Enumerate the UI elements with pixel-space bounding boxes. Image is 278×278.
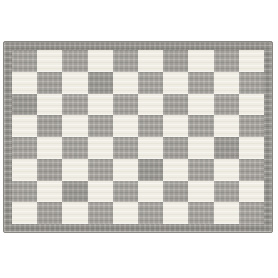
board-cell xyxy=(163,115,188,137)
board-cell xyxy=(239,50,264,72)
board-cell xyxy=(113,181,138,203)
board-cell xyxy=(239,159,264,181)
board-cell xyxy=(113,137,138,159)
board-cell xyxy=(214,159,239,181)
board-cell xyxy=(62,181,87,203)
board-cell xyxy=(239,94,264,116)
board-cell xyxy=(88,137,113,159)
board-cell xyxy=(239,181,264,203)
board-cell xyxy=(88,181,113,203)
board-cell xyxy=(138,137,163,159)
board-cell xyxy=(88,94,113,116)
board-cell xyxy=(62,115,87,137)
board-cell xyxy=(12,137,37,159)
board-cell xyxy=(138,202,163,224)
board-cell xyxy=(214,50,239,72)
board-cell xyxy=(37,181,62,203)
board-cell xyxy=(88,72,113,94)
board-cell xyxy=(12,72,37,94)
board-cell xyxy=(188,181,213,203)
board-cell xyxy=(214,72,239,94)
board-cell xyxy=(113,94,138,116)
board-cell xyxy=(37,94,62,116)
board-cell xyxy=(214,137,239,159)
board-cell xyxy=(62,137,87,159)
board-cell xyxy=(138,159,163,181)
board-cell xyxy=(12,202,37,224)
checkerboard xyxy=(12,50,264,224)
rug-board xyxy=(3,41,273,233)
board-cell xyxy=(239,72,264,94)
board-cell xyxy=(113,202,138,224)
board-cell xyxy=(188,202,213,224)
board-cell xyxy=(188,159,213,181)
board-cell xyxy=(113,72,138,94)
board-cell xyxy=(163,94,188,116)
board-cell xyxy=(12,50,37,72)
board-cell xyxy=(188,72,213,94)
board-cell xyxy=(88,202,113,224)
board-cell xyxy=(138,115,163,137)
board-cell xyxy=(214,94,239,116)
board-cell xyxy=(214,181,239,203)
board-cell xyxy=(62,202,87,224)
board-cell xyxy=(113,159,138,181)
board-cell xyxy=(88,159,113,181)
board-cell xyxy=(37,72,62,94)
product-photo xyxy=(0,0,278,278)
board-cell xyxy=(163,50,188,72)
board-cell xyxy=(37,159,62,181)
board-cell xyxy=(113,50,138,72)
board-cell xyxy=(88,50,113,72)
board-cell xyxy=(62,50,87,72)
board-cell xyxy=(188,94,213,116)
board-cell xyxy=(163,159,188,181)
board-cell xyxy=(37,137,62,159)
board-cell xyxy=(163,181,188,203)
board-cell xyxy=(37,50,62,72)
board-cell xyxy=(138,50,163,72)
board-cell xyxy=(188,50,213,72)
board-cell xyxy=(163,72,188,94)
board-cell xyxy=(12,115,37,137)
board-cell xyxy=(113,115,138,137)
board-cell xyxy=(188,115,213,137)
board-cell xyxy=(214,115,239,137)
board-cell xyxy=(62,72,87,94)
board-cell xyxy=(239,137,264,159)
board-cell xyxy=(239,202,264,224)
board-cell xyxy=(37,202,62,224)
board-cell xyxy=(12,181,37,203)
board-cell xyxy=(62,94,87,116)
board-cell xyxy=(138,94,163,116)
board-cell xyxy=(12,159,37,181)
board-cell xyxy=(12,94,37,116)
board-cell xyxy=(163,137,188,159)
board-cell xyxy=(138,181,163,203)
board-cell xyxy=(239,115,264,137)
board-cell xyxy=(138,72,163,94)
board-cell xyxy=(37,115,62,137)
board-cell xyxy=(88,115,113,137)
board-cell xyxy=(62,159,87,181)
board-cell xyxy=(163,202,188,224)
board-cell xyxy=(188,137,213,159)
board-cell xyxy=(214,202,239,224)
